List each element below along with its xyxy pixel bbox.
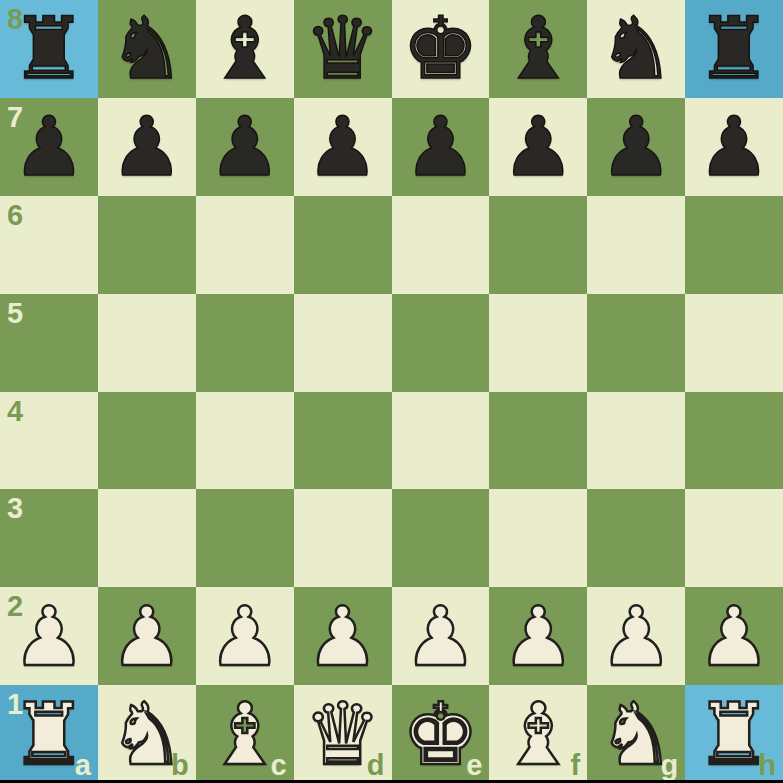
square-e2[interactable]: ♟ <box>392 587 490 685</box>
white-knight-icon[interactable]: ♞ <box>108 686 185 783</box>
black-pawn-icon[interactable]: ♟ <box>697 98 771 195</box>
square-f5[interactable] <box>489 294 587 392</box>
square-h7[interactable]: ♟ <box>685 98 783 196</box>
black-bishop-icon[interactable]: ♝ <box>500 0 577 97</box>
square-d1[interactable]: d♛ <box>294 685 392 783</box>
square-e3[interactable] <box>392 489 490 587</box>
square-b1[interactable]: b♞ <box>98 685 196 783</box>
square-a6[interactable]: 6 <box>0 196 98 294</box>
square-g1[interactable]: g♞ <box>587 685 685 783</box>
square-g2[interactable]: ♟ <box>587 587 685 685</box>
square-b5[interactable] <box>98 294 196 392</box>
square-c4[interactable] <box>196 392 294 490</box>
square-a2[interactable]: 2♟ <box>0 587 98 685</box>
black-pawn-icon[interactable]: ♟ <box>12 98 86 195</box>
square-e8[interactable]: ♚ <box>392 0 490 98</box>
square-b8[interactable]: ♞ <box>98 0 196 98</box>
white-rook-icon[interactable]: ♜ <box>10 686 87 783</box>
square-d2[interactable]: ♟ <box>294 587 392 685</box>
chess-board: 8♜♞♝♛♚♝♞♜7♟♟♟♟♟♟♟♟65432♟♟♟♟♟♟♟♟1a♜b♞c♝d♛… <box>0 0 783 783</box>
black-pawn-icon[interactable]: ♟ <box>599 98 673 195</box>
square-a7[interactable]: 7♟ <box>0 98 98 196</box>
square-c2[interactable]: ♟ <box>196 587 294 685</box>
white-pawn-icon[interactable]: ♟ <box>599 588 673 685</box>
square-b2[interactable]: ♟ <box>98 587 196 685</box>
square-c6[interactable] <box>196 196 294 294</box>
black-queen-icon[interactable]: ♛ <box>304 0 381 97</box>
square-g8[interactable]: ♞ <box>587 0 685 98</box>
square-g4[interactable] <box>587 392 685 490</box>
square-b3[interactable] <box>98 489 196 587</box>
white-bishop-icon[interactable]: ♝ <box>206 686 283 783</box>
square-g7[interactable]: ♟ <box>587 98 685 196</box>
square-a8[interactable]: 8♜ <box>0 0 98 98</box>
black-knight-icon[interactable]: ♞ <box>598 0 675 97</box>
square-b4[interactable] <box>98 392 196 490</box>
black-pawn-icon[interactable]: ♟ <box>502 98 576 195</box>
square-h6[interactable] <box>685 196 783 294</box>
square-e1[interactable]: e♚ <box>392 685 490 783</box>
square-f7[interactable]: ♟ <box>489 98 587 196</box>
square-e4[interactable] <box>392 392 490 490</box>
square-h1[interactable]: h♜ <box>685 685 783 783</box>
square-d8[interactable]: ♛ <box>294 0 392 98</box>
square-f1[interactable]: f♝ <box>489 685 587 783</box>
white-pawn-icon[interactable]: ♟ <box>306 588 380 685</box>
white-pawn-icon[interactable]: ♟ <box>12 588 86 685</box>
white-pawn-icon[interactable]: ♟ <box>697 588 771 685</box>
white-bishop-icon[interactable]: ♝ <box>500 686 577 783</box>
white-pawn-icon[interactable]: ♟ <box>502 588 576 685</box>
square-c8[interactable]: ♝ <box>196 0 294 98</box>
square-d6[interactable] <box>294 196 392 294</box>
white-pawn-icon[interactable]: ♟ <box>404 588 478 685</box>
square-h5[interactable] <box>685 294 783 392</box>
rank-label-4: 4 <box>7 397 23 426</box>
white-king-icon[interactable]: ♚ <box>402 686 479 783</box>
square-g5[interactable] <box>587 294 685 392</box>
square-b7[interactable]: ♟ <box>98 98 196 196</box>
black-pawn-icon[interactable]: ♟ <box>404 98 478 195</box>
square-d5[interactable] <box>294 294 392 392</box>
square-f3[interactable] <box>489 489 587 587</box>
square-a4[interactable]: 4 <box>0 392 98 490</box>
square-f2[interactable]: ♟ <box>489 587 587 685</box>
black-pawn-icon[interactable]: ♟ <box>110 98 184 195</box>
square-f8[interactable]: ♝ <box>489 0 587 98</box>
square-b6[interactable] <box>98 196 196 294</box>
square-a5[interactable]: 5 <box>0 294 98 392</box>
square-d7[interactable]: ♟ <box>294 98 392 196</box>
square-d3[interactable] <box>294 489 392 587</box>
rank-label-5: 5 <box>7 299 23 328</box>
square-h3[interactable] <box>685 489 783 587</box>
square-f6[interactable] <box>489 196 587 294</box>
white-knight-icon[interactable]: ♞ <box>598 686 675 783</box>
square-e5[interactable] <box>392 294 490 392</box>
square-c1[interactable]: c♝ <box>196 685 294 783</box>
square-g3[interactable] <box>587 489 685 587</box>
black-rook-icon[interactable]: ♜ <box>696 0 773 97</box>
square-f4[interactable] <box>489 392 587 490</box>
black-pawn-icon[interactable]: ♟ <box>306 98 380 195</box>
black-rook-icon[interactable]: ♜ <box>10 0 87 97</box>
square-d4[interactable] <box>294 392 392 490</box>
black-king-icon[interactable]: ♚ <box>402 0 479 97</box>
square-e6[interactable] <box>392 196 490 294</box>
white-rook-icon[interactable]: ♜ <box>696 686 773 783</box>
black-bishop-icon[interactable]: ♝ <box>206 0 283 97</box>
black-pawn-icon[interactable]: ♟ <box>208 98 282 195</box>
rank-label-6: 6 <box>7 201 23 230</box>
square-h2[interactable]: ♟ <box>685 587 783 685</box>
white-pawn-icon[interactable]: ♟ <box>110 588 184 685</box>
square-h8[interactable]: ♜ <box>685 0 783 98</box>
white-pawn-icon[interactable]: ♟ <box>208 588 282 685</box>
square-a3[interactable]: 3 <box>0 489 98 587</box>
square-h4[interactable] <box>685 392 783 490</box>
square-g6[interactable] <box>587 196 685 294</box>
black-knight-icon[interactable]: ♞ <box>108 0 185 97</box>
square-c5[interactable] <box>196 294 294 392</box>
square-c3[interactable] <box>196 489 294 587</box>
white-queen-icon[interactable]: ♛ <box>304 686 381 783</box>
square-c7[interactable]: ♟ <box>196 98 294 196</box>
rank-label-3: 3 <box>7 494 23 523</box>
square-e7[interactable]: ♟ <box>392 98 490 196</box>
square-a1[interactable]: 1a♜ <box>0 685 98 783</box>
